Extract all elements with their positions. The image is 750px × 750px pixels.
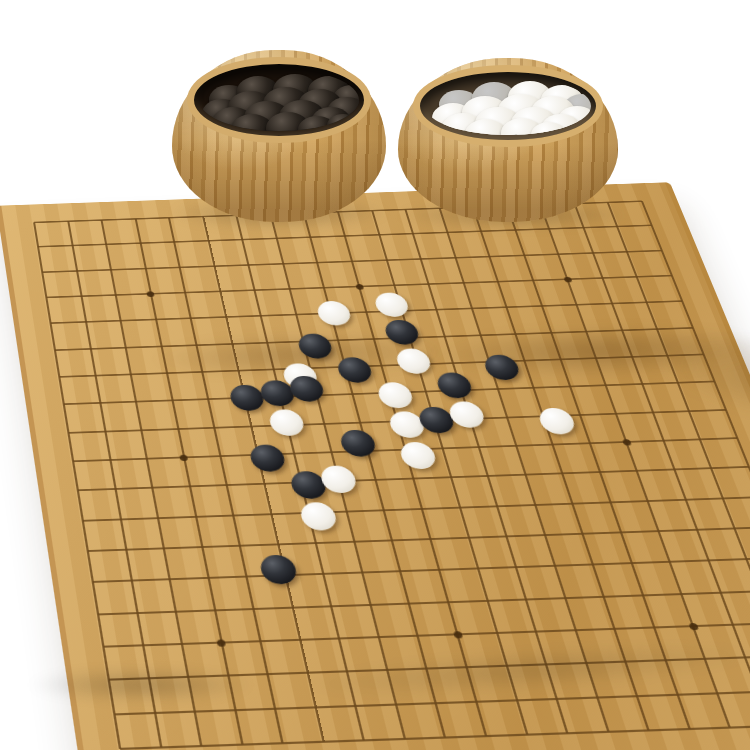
black-stone xyxy=(248,445,287,473)
white-stone xyxy=(536,408,578,435)
black-stone xyxy=(482,354,522,380)
white-stone xyxy=(315,301,353,326)
black-stone xyxy=(336,357,375,383)
white-stone xyxy=(376,381,416,408)
go-set-photo xyxy=(0,0,750,750)
white-stone xyxy=(298,502,339,531)
black-stone xyxy=(434,372,474,399)
board-floor-shadow xyxy=(26,668,256,702)
white-stone-bowl xyxy=(398,58,618,222)
bowl-opening xyxy=(187,57,371,143)
black-stone xyxy=(383,319,422,345)
bowl-opening xyxy=(413,65,602,147)
black-stone-bowl xyxy=(172,50,386,222)
black-stone xyxy=(338,430,378,458)
white-stone xyxy=(398,441,439,469)
black-stone xyxy=(296,333,334,359)
white-stone xyxy=(394,348,433,374)
white-stone xyxy=(268,409,307,436)
black-stone xyxy=(257,554,298,584)
white-stone-pile xyxy=(425,77,590,135)
black-stone-pile xyxy=(199,69,359,131)
white-stone xyxy=(372,292,410,317)
